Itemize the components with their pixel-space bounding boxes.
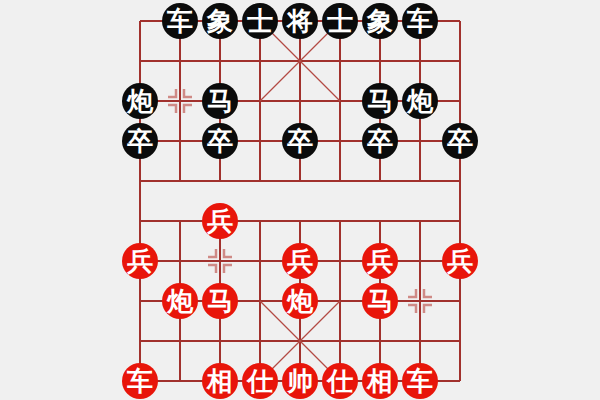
piece-black-cannon[interactable]: 炮 (122, 83, 158, 119)
piece-black-soldier[interactable]: 卒 (282, 123, 318, 159)
piece-red-elephant[interactable]: 相 (362, 363, 398, 399)
piece-black-chariot[interactable]: 车 (402, 3, 438, 39)
piece-red-cannon[interactable]: 炮 (162, 283, 198, 319)
piece-red-soldier[interactable]: 兵 (122, 243, 158, 279)
piece-black-general[interactable]: 将 (282, 3, 318, 39)
piece-red-chariot[interactable]: 车 (122, 363, 158, 399)
piece-red-general[interactable]: 帅 (282, 363, 318, 399)
piece-red-advisor[interactable]: 仕 (242, 363, 278, 399)
piece-red-cannon[interactable]: 炮 (282, 283, 318, 319)
piece-black-elephant[interactable]: 象 (202, 3, 238, 39)
piece-red-advisor[interactable]: 仕 (322, 363, 358, 399)
piece-black-horse[interactable]: 马 (362, 83, 398, 119)
piece-red-horse[interactable]: 马 (362, 283, 398, 319)
pieces-layer: 车象士将士象车炮马马炮卒卒卒卒卒兵兵兵兵兵炮马炮马车相仕帅仕相车 (120, 1, 480, 400)
piece-red-soldier[interactable]: 兵 (362, 243, 398, 279)
piece-black-chariot[interactable]: 车 (162, 3, 198, 39)
xiangqi-board: 车象士将士象车炮马马炮卒卒卒卒卒兵兵兵兵兵炮马炮马车相仕帅仕相车 (0, 0, 600, 400)
piece-red-horse[interactable]: 马 (202, 283, 238, 319)
piece-black-soldier[interactable]: 卒 (442, 123, 478, 159)
piece-black-advisor[interactable]: 士 (322, 3, 358, 39)
piece-black-elephant[interactable]: 象 (362, 3, 398, 39)
piece-black-soldier[interactable]: 卒 (202, 123, 238, 159)
piece-black-cannon[interactable]: 炮 (402, 83, 438, 119)
piece-black-soldier[interactable]: 卒 (122, 123, 158, 159)
piece-black-horse[interactable]: 马 (202, 83, 238, 119)
piece-black-advisor[interactable]: 士 (242, 3, 278, 39)
piece-red-soldier[interactable]: 兵 (442, 243, 478, 279)
piece-red-elephant[interactable]: 相 (202, 363, 238, 399)
piece-red-chariot[interactable]: 车 (402, 363, 438, 399)
piece-black-soldier[interactable]: 卒 (362, 123, 398, 159)
piece-red-soldier[interactable]: 兵 (282, 243, 318, 279)
piece-red-soldier[interactable]: 兵 (202, 203, 238, 239)
